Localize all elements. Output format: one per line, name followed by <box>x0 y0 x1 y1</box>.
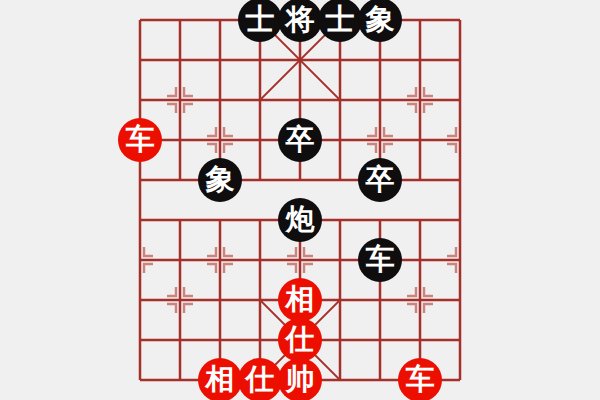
piece-black-advisor[interactable]: 士 <box>238 0 282 42</box>
piece-red-elephant[interactable]: 相 <box>198 358 242 400</box>
piece-red-elephant[interactable]: 相 <box>278 278 322 322</box>
piece-black-elephant[interactable]: 象 <box>198 158 242 202</box>
piece-black-chariot[interactable]: 车 <box>358 238 402 282</box>
xiangqi-board: 士将士象车卒象卒炮车相仕相仕帅车 <box>0 0 600 400</box>
piece-black-soldier[interactable]: 卒 <box>278 118 322 162</box>
piece-black-advisor[interactable]: 士 <box>318 0 362 42</box>
piece-red-general[interactable]: 帅 <box>278 358 322 400</box>
piece-red-advisor[interactable]: 仕 <box>238 358 282 400</box>
piece-red-advisor[interactable]: 仕 <box>278 318 322 362</box>
piece-black-elephant[interactable]: 象 <box>358 0 402 42</box>
piece-black-soldier[interactable]: 卒 <box>358 158 402 202</box>
piece-layer: 士将士象车卒象卒炮车相仕相仕帅车 <box>120 0 480 400</box>
piece-red-chariot[interactable]: 车 <box>398 358 442 400</box>
piece-black-cannon[interactable]: 炮 <box>278 198 322 242</box>
piece-black-general[interactable]: 将 <box>278 0 322 42</box>
piece-red-chariot[interactable]: 车 <box>118 118 162 162</box>
